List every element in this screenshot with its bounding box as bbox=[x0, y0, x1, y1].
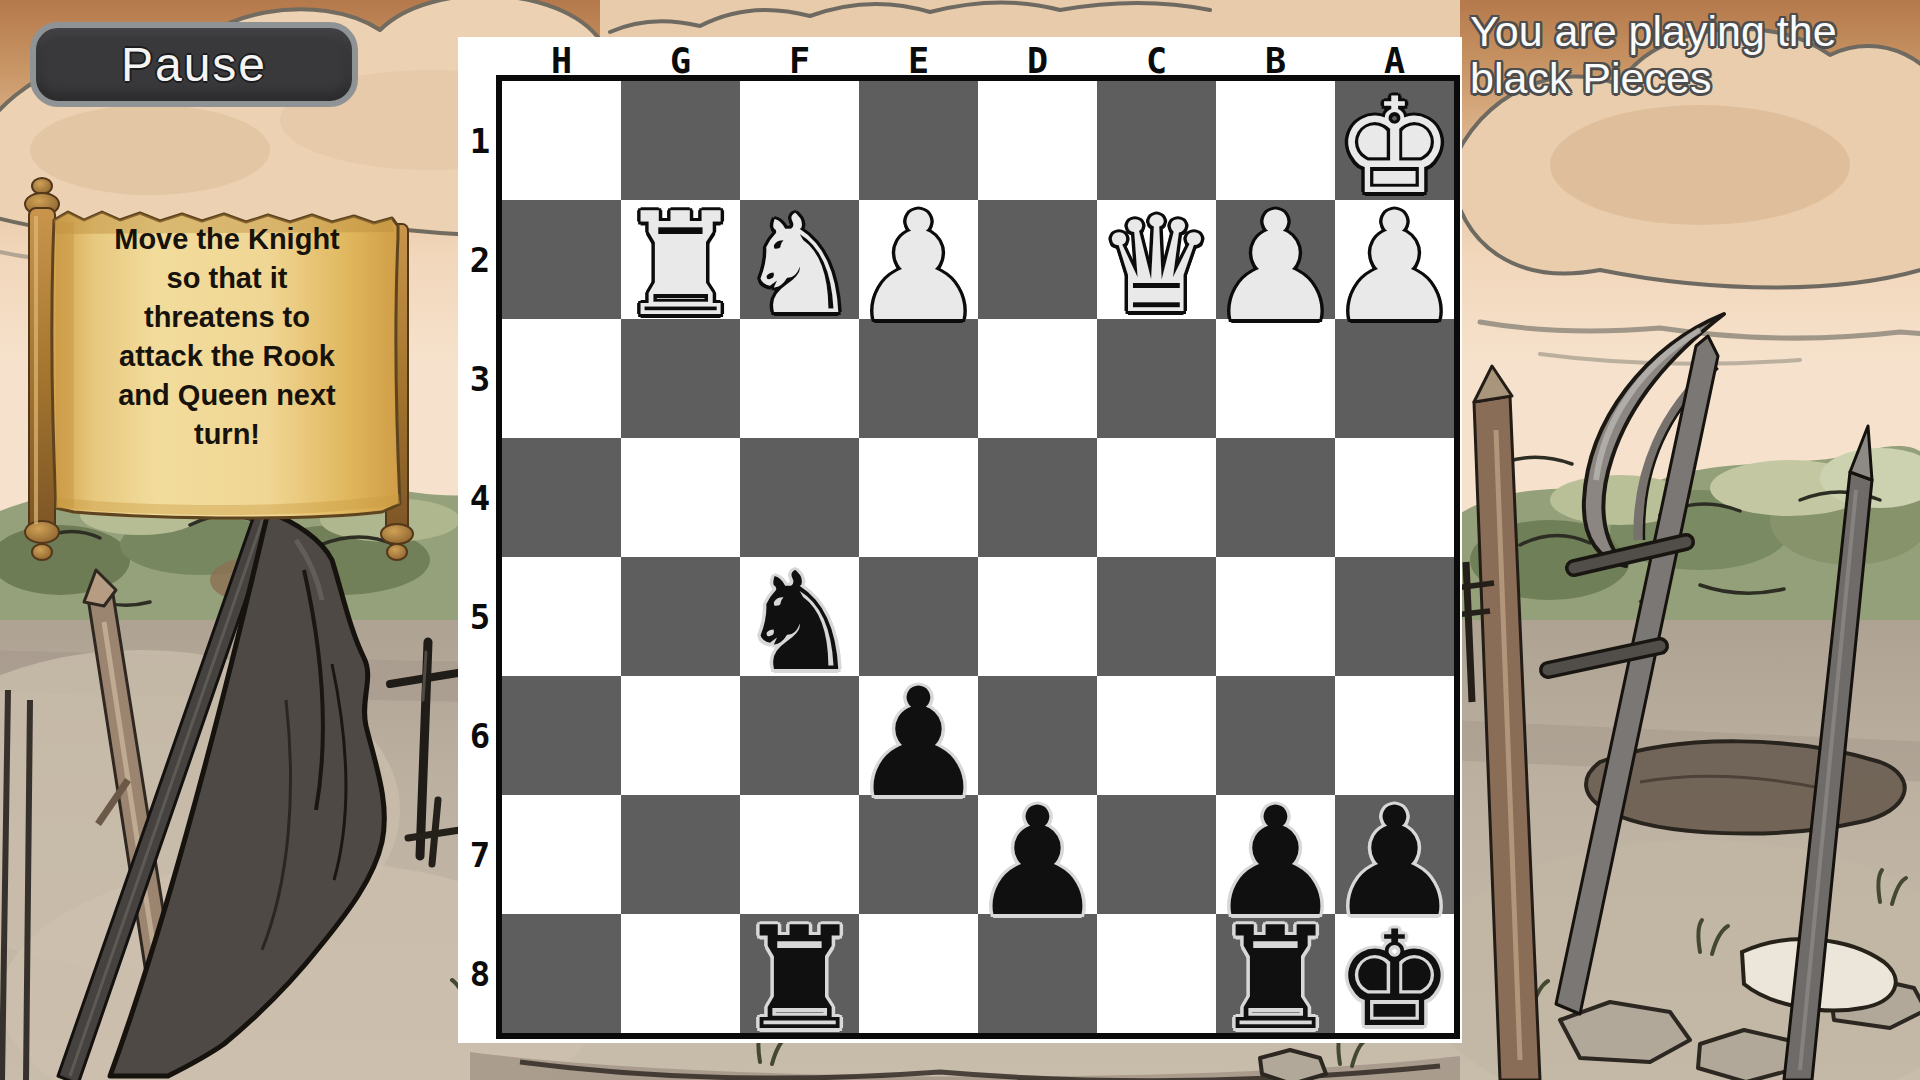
objective-line: threatens to bbox=[62, 298, 392, 337]
pause-button[interactable]: Pause bbox=[30, 22, 358, 107]
square-c7[interactable] bbox=[1097, 795, 1216, 914]
piece-black-rook[interactable]: ♜ bbox=[1212, 908, 1339, 1050]
square-f5[interactable]: ♞ bbox=[740, 557, 859, 676]
square-c6[interactable] bbox=[1097, 676, 1216, 795]
square-d3[interactable] bbox=[978, 319, 1097, 438]
square-e2[interactable]: ♟ bbox=[859, 200, 978, 319]
side-caption: You are playing the black Pieces bbox=[1470, 8, 1916, 102]
piece-white-pawn[interactable]: ♟ bbox=[1208, 192, 1342, 342]
chess-board[interactable]: ♚♜♞♟♛♟♟♞♟♟♟♟♜♜♚ bbox=[496, 75, 1460, 1039]
square-g8[interactable] bbox=[621, 914, 740, 1033]
square-g4[interactable] bbox=[621, 438, 740, 557]
objective-line: so that it bbox=[62, 259, 392, 298]
square-g6[interactable] bbox=[621, 676, 740, 795]
square-e4[interactable] bbox=[859, 438, 978, 557]
square-d5[interactable] bbox=[978, 557, 1097, 676]
piece-white-pawn[interactable]: ♟ bbox=[1327, 192, 1461, 342]
square-g2[interactable]: ♜ bbox=[621, 200, 740, 319]
square-c1[interactable] bbox=[1097, 81, 1216, 200]
piece-black-rook[interactable]: ♜ bbox=[736, 908, 863, 1050]
square-c8[interactable] bbox=[1097, 914, 1216, 1033]
square-f2[interactable]: ♞ bbox=[740, 200, 859, 319]
square-b5[interactable] bbox=[1216, 557, 1335, 676]
square-a7[interactable]: ♟ bbox=[1335, 795, 1454, 914]
square-h4[interactable] bbox=[502, 438, 621, 557]
piece-white-queen[interactable]: ♛ bbox=[1097, 199, 1215, 331]
objective-line: and Queen next bbox=[62, 376, 392, 415]
piece-white-rook[interactable]: ♜ bbox=[617, 194, 744, 336]
objective-line: turn! bbox=[62, 415, 392, 454]
piece-black-pawn[interactable]: ♟ bbox=[851, 668, 985, 818]
objective-line: attack the Rook bbox=[62, 337, 392, 376]
piece-black-knight[interactable]: ♞ bbox=[739, 554, 861, 690]
square-h5[interactable] bbox=[502, 557, 621, 676]
square-a5[interactable] bbox=[1335, 557, 1454, 676]
square-f4[interactable] bbox=[740, 438, 859, 557]
square-a2[interactable]: ♟ bbox=[1335, 200, 1454, 319]
board-grid: ♚♜♞♟♛♟♟♞♟♟♟♟♜♜♚ bbox=[502, 81, 1454, 1033]
square-h8[interactable] bbox=[502, 914, 621, 1033]
square-h1[interactable] bbox=[502, 81, 621, 200]
piece-black-pawn[interactable]: ♟ bbox=[970, 787, 1104, 937]
square-d7[interactable]: ♟ bbox=[978, 795, 1097, 914]
game-screen: { "game": "chess", "view": "black-perspe… bbox=[0, 0, 1920, 1080]
square-h6[interactable] bbox=[502, 676, 621, 795]
piece-white-pawn[interactable]: ♟ bbox=[851, 192, 985, 342]
square-d2[interactable] bbox=[978, 200, 1097, 319]
square-e8[interactable] bbox=[859, 914, 978, 1033]
square-g5[interactable] bbox=[621, 557, 740, 676]
square-f1[interactable] bbox=[740, 81, 859, 200]
square-d4[interactable] bbox=[978, 438, 1097, 557]
pause-button-label: Pause bbox=[121, 37, 267, 92]
square-c2[interactable]: ♛ bbox=[1097, 200, 1216, 319]
piece-black-king[interactable]: ♚ bbox=[1335, 913, 1453, 1045]
square-h2[interactable] bbox=[502, 200, 621, 319]
square-e6[interactable]: ♟ bbox=[859, 676, 978, 795]
piece-white-knight[interactable]: ♞ bbox=[739, 197, 861, 333]
square-c4[interactable] bbox=[1097, 438, 1216, 557]
square-h7[interactable] bbox=[502, 795, 621, 914]
caption-line-1: You are playing the bbox=[1470, 8, 1916, 55]
square-f8[interactable]: ♜ bbox=[740, 914, 859, 1033]
square-g7[interactable] bbox=[621, 795, 740, 914]
square-b2[interactable]: ♟ bbox=[1216, 200, 1335, 319]
chess-board-panel: HGFEDCBA 12345678 ♚♜♞♟♛♟♟♞♟♟♟♟♜♜♚ bbox=[458, 37, 1462, 1043]
square-b8[interactable]: ♜ bbox=[1216, 914, 1335, 1033]
objective-scroll: Move the Knight so that it threatens to … bbox=[14, 168, 420, 568]
square-h3[interactable] bbox=[502, 319, 621, 438]
objective-line: Move the Knight bbox=[62, 220, 392, 259]
square-a4[interactable] bbox=[1335, 438, 1454, 557]
caption-line-2: black Pieces bbox=[1470, 55, 1916, 102]
square-c5[interactable] bbox=[1097, 557, 1216, 676]
square-b4[interactable] bbox=[1216, 438, 1335, 557]
objective-text: Move the Knight so that it threatens to … bbox=[62, 220, 392, 454]
square-d1[interactable] bbox=[978, 81, 1097, 200]
square-a8[interactable]: ♚ bbox=[1335, 914, 1454, 1033]
